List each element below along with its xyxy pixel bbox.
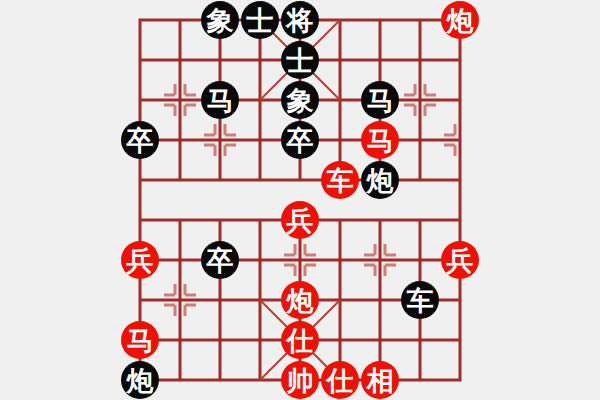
piece-black-horse[interactable]: 马 [201,81,239,119]
xiangqi-board: 象士将炮士马象马卒卒马车炮兵兵卒兵炮车马仕炮帅仕相 [0,0,600,400]
piece-black-cannon[interactable]: 炮 [361,161,399,199]
piece-red-general[interactable]: 帅 [281,361,319,399]
piece-black-advisor[interactable]: 士 [241,1,279,39]
piece-black-elephant[interactable]: 象 [281,81,319,119]
piece-black-general[interactable]: 将 [281,1,319,39]
piece-black-elephant[interactable]: 象 [201,1,239,39]
piece-red-chariot[interactable]: 车 [321,161,359,199]
piece-black-soldier[interactable]: 卒 [281,121,319,159]
piece-black-advisor[interactable]: 士 [281,41,319,79]
piece-black-soldier[interactable]: 卒 [201,241,239,279]
piece-red-elephant[interactable]: 相 [361,361,399,399]
piece-red-cannon[interactable]: 炮 [441,1,479,39]
piece-black-chariot[interactable]: 车 [401,281,439,319]
piece-red-horse[interactable]: 马 [361,121,399,159]
pieces-layer: 象士将炮士马象马卒卒马车炮兵兵卒兵炮车马仕炮帅仕相 [0,0,600,400]
piece-red-advisor[interactable]: 仕 [281,321,319,359]
piece-red-soldier[interactable]: 兵 [121,241,159,279]
piece-black-soldier[interactable]: 卒 [121,121,159,159]
piece-red-cannon[interactable]: 炮 [281,281,319,319]
piece-red-horse[interactable]: 马 [121,321,159,359]
piece-red-soldier[interactable]: 兵 [281,201,319,239]
piece-red-advisor[interactable]: 仕 [321,361,359,399]
piece-black-horse[interactable]: 马 [361,81,399,119]
piece-black-cannon[interactable]: 炮 [121,361,159,399]
piece-red-soldier[interactable]: 兵 [441,241,479,279]
